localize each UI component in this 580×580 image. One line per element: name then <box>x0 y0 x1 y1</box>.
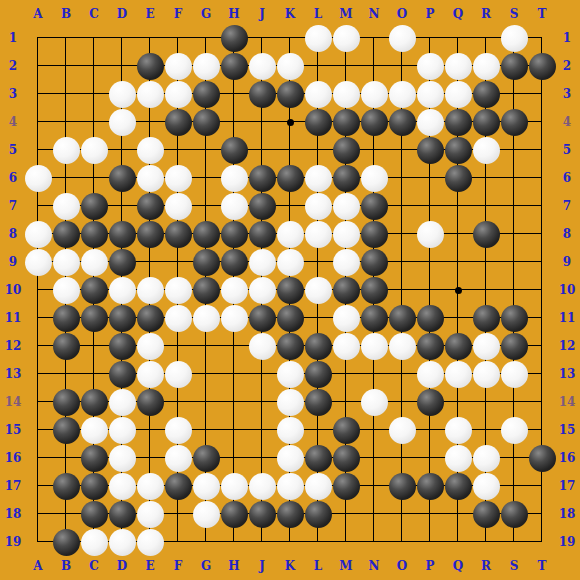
intersection-J11[interactable] <box>248 304 276 332</box>
intersection-Q1[interactable] <box>444 24 472 52</box>
intersection-T2[interactable] <box>528 52 556 80</box>
intersection-T3[interactable] <box>528 80 556 108</box>
intersection-E5[interactable] <box>136 136 164 164</box>
intersection-F17[interactable] <box>164 472 192 500</box>
intersection-P4[interactable] <box>416 108 444 136</box>
intersection-G11[interactable] <box>192 304 220 332</box>
intersection-H5[interactable] <box>220 136 248 164</box>
intersection-E15[interactable] <box>136 416 164 444</box>
intersection-M7[interactable] <box>332 192 360 220</box>
intersection-R4[interactable] <box>472 108 500 136</box>
intersection-T8[interactable] <box>528 220 556 248</box>
intersection-K17[interactable] <box>276 472 304 500</box>
intersection-S14[interactable] <box>500 388 528 416</box>
intersection-O9[interactable] <box>388 248 416 276</box>
intersection-M17[interactable] <box>332 472 360 500</box>
intersection-P17[interactable] <box>416 472 444 500</box>
intersection-A5[interactable] <box>24 136 52 164</box>
intersection-D19[interactable] <box>108 528 136 556</box>
intersection-O19[interactable] <box>388 528 416 556</box>
intersection-P1[interactable] <box>416 24 444 52</box>
intersection-K5[interactable] <box>276 136 304 164</box>
intersection-Q14[interactable] <box>444 388 472 416</box>
intersection-G19[interactable] <box>192 528 220 556</box>
intersection-P7[interactable] <box>416 192 444 220</box>
intersection-G6[interactable] <box>192 164 220 192</box>
intersection-O1[interactable] <box>388 24 416 52</box>
intersection-C1[interactable] <box>80 24 108 52</box>
intersection-E6[interactable] <box>136 164 164 192</box>
intersection-R16[interactable] <box>472 444 500 472</box>
intersection-B17[interactable] <box>52 472 80 500</box>
intersection-P10[interactable] <box>416 276 444 304</box>
intersection-N10[interactable] <box>360 276 388 304</box>
intersection-J5[interactable] <box>248 136 276 164</box>
intersection-S18[interactable] <box>500 500 528 528</box>
intersection-K2[interactable] <box>276 52 304 80</box>
intersection-F7[interactable] <box>164 192 192 220</box>
intersection-T10[interactable] <box>528 276 556 304</box>
intersection-D10[interactable] <box>108 276 136 304</box>
intersection-Q6[interactable] <box>444 164 472 192</box>
intersection-O12[interactable] <box>388 332 416 360</box>
intersection-S17[interactable] <box>500 472 528 500</box>
intersection-F5[interactable] <box>164 136 192 164</box>
intersection-J2[interactable] <box>248 52 276 80</box>
intersection-Q2[interactable] <box>444 52 472 80</box>
intersection-M2[interactable] <box>332 52 360 80</box>
intersection-N9[interactable] <box>360 248 388 276</box>
intersection-B8[interactable] <box>52 220 80 248</box>
intersection-Q4[interactable] <box>444 108 472 136</box>
intersection-A19[interactable] <box>24 528 52 556</box>
intersection-G5[interactable] <box>192 136 220 164</box>
intersection-D15[interactable] <box>108 416 136 444</box>
intersection-R1[interactable] <box>472 24 500 52</box>
intersection-B12[interactable] <box>52 332 80 360</box>
intersection-C19[interactable] <box>80 528 108 556</box>
intersection-S7[interactable] <box>500 192 528 220</box>
intersection-L14[interactable] <box>304 388 332 416</box>
intersection-N19[interactable] <box>360 528 388 556</box>
intersection-O15[interactable] <box>388 416 416 444</box>
intersection-H7[interactable] <box>220 192 248 220</box>
intersection-T19[interactable] <box>528 528 556 556</box>
intersection-H17[interactable] <box>220 472 248 500</box>
intersection-P12[interactable] <box>416 332 444 360</box>
intersection-O2[interactable] <box>388 52 416 80</box>
intersection-S6[interactable] <box>500 164 528 192</box>
intersection-A14[interactable] <box>24 388 52 416</box>
intersection-B6[interactable] <box>52 164 80 192</box>
intersection-B13[interactable] <box>52 360 80 388</box>
intersection-Q13[interactable] <box>444 360 472 388</box>
intersection-L15[interactable] <box>304 416 332 444</box>
intersection-R19[interactable] <box>472 528 500 556</box>
intersection-D14[interactable] <box>108 388 136 416</box>
intersection-C4[interactable] <box>80 108 108 136</box>
intersection-B2[interactable] <box>52 52 80 80</box>
intersection-F13[interactable] <box>164 360 192 388</box>
intersection-C5[interactable] <box>80 136 108 164</box>
intersection-O16[interactable] <box>388 444 416 472</box>
intersection-M6[interactable] <box>332 164 360 192</box>
intersection-J7[interactable] <box>248 192 276 220</box>
intersection-G10[interactable] <box>192 276 220 304</box>
intersection-G12[interactable] <box>192 332 220 360</box>
intersection-J16[interactable] <box>248 444 276 472</box>
intersection-N13[interactable] <box>360 360 388 388</box>
intersection-D13[interactable] <box>108 360 136 388</box>
intersection-S1[interactable] <box>500 24 528 52</box>
intersection-B15[interactable] <box>52 416 80 444</box>
intersection-S3[interactable] <box>500 80 528 108</box>
intersection-J12[interactable] <box>248 332 276 360</box>
intersection-K12[interactable] <box>276 332 304 360</box>
intersection-T12[interactable] <box>528 332 556 360</box>
intersection-N4[interactable] <box>360 108 388 136</box>
intersection-Q3[interactable] <box>444 80 472 108</box>
intersection-L13[interactable] <box>304 360 332 388</box>
intersection-J13[interactable] <box>248 360 276 388</box>
intersection-C3[interactable] <box>80 80 108 108</box>
intersection-A4[interactable] <box>24 108 52 136</box>
intersection-K16[interactable] <box>276 444 304 472</box>
intersection-L11[interactable] <box>304 304 332 332</box>
intersection-K11[interactable] <box>276 304 304 332</box>
intersection-O3[interactable] <box>388 80 416 108</box>
intersection-S5[interactable] <box>500 136 528 164</box>
intersection-F1[interactable] <box>164 24 192 52</box>
intersection-N14[interactable] <box>360 388 388 416</box>
intersection-K1[interactable] <box>276 24 304 52</box>
intersection-B5[interactable] <box>52 136 80 164</box>
intersection-H2[interactable] <box>220 52 248 80</box>
intersection-B19[interactable] <box>52 528 80 556</box>
intersection-K9[interactable] <box>276 248 304 276</box>
intersection-C14[interactable] <box>80 388 108 416</box>
intersection-J8[interactable] <box>248 220 276 248</box>
intersection-B4[interactable] <box>52 108 80 136</box>
intersection-M5[interactable] <box>332 136 360 164</box>
intersection-H18[interactable] <box>220 500 248 528</box>
intersection-T18[interactable] <box>528 500 556 528</box>
intersection-F18[interactable] <box>164 500 192 528</box>
intersection-R14[interactable] <box>472 388 500 416</box>
intersection-D2[interactable] <box>108 52 136 80</box>
intersection-E7[interactable] <box>136 192 164 220</box>
intersection-C9[interactable] <box>80 248 108 276</box>
intersection-E19[interactable] <box>136 528 164 556</box>
intersection-H4[interactable] <box>220 108 248 136</box>
intersection-P14[interactable] <box>416 388 444 416</box>
intersection-M10[interactable] <box>332 276 360 304</box>
intersection-S9[interactable] <box>500 248 528 276</box>
intersection-M15[interactable] <box>332 416 360 444</box>
intersection-E1[interactable] <box>136 24 164 52</box>
intersection-N16[interactable] <box>360 444 388 472</box>
intersection-E12[interactable] <box>136 332 164 360</box>
intersection-P15[interactable] <box>416 416 444 444</box>
intersection-M16[interactable] <box>332 444 360 472</box>
intersection-S10[interactable] <box>500 276 528 304</box>
intersection-Q5[interactable] <box>444 136 472 164</box>
intersection-L1[interactable] <box>304 24 332 52</box>
intersection-N5[interactable] <box>360 136 388 164</box>
intersection-T15[interactable] <box>528 416 556 444</box>
intersection-C15[interactable] <box>80 416 108 444</box>
intersection-R7[interactable] <box>472 192 500 220</box>
intersection-N11[interactable] <box>360 304 388 332</box>
intersection-Q19[interactable] <box>444 528 472 556</box>
intersection-G1[interactable] <box>192 24 220 52</box>
intersection-Q16[interactable] <box>444 444 472 472</box>
intersection-M14[interactable] <box>332 388 360 416</box>
intersection-Q8[interactable] <box>444 220 472 248</box>
intersection-K14[interactable] <box>276 388 304 416</box>
intersection-C16[interactable] <box>80 444 108 472</box>
intersection-N18[interactable] <box>360 500 388 528</box>
intersection-T4[interactable] <box>528 108 556 136</box>
intersection-H19[interactable] <box>220 528 248 556</box>
intersection-R12[interactable] <box>472 332 500 360</box>
intersection-O18[interactable] <box>388 500 416 528</box>
intersection-N3[interactable] <box>360 80 388 108</box>
intersection-M13[interactable] <box>332 360 360 388</box>
intersection-P2[interactable] <box>416 52 444 80</box>
intersection-G2[interactable] <box>192 52 220 80</box>
intersection-C10[interactable] <box>80 276 108 304</box>
intersection-J14[interactable] <box>248 388 276 416</box>
intersection-A2[interactable] <box>24 52 52 80</box>
intersection-R17[interactable] <box>472 472 500 500</box>
intersection-R8[interactable] <box>472 220 500 248</box>
intersection-C17[interactable] <box>80 472 108 500</box>
intersection-K6[interactable] <box>276 164 304 192</box>
intersection-J3[interactable] <box>248 80 276 108</box>
intersection-J19[interactable] <box>248 528 276 556</box>
intersection-A3[interactable] <box>24 80 52 108</box>
intersection-S12[interactable] <box>500 332 528 360</box>
intersection-L17[interactable] <box>304 472 332 500</box>
intersection-H11[interactable] <box>220 304 248 332</box>
intersection-T9[interactable] <box>528 248 556 276</box>
intersection-N2[interactable] <box>360 52 388 80</box>
intersection-F6[interactable] <box>164 164 192 192</box>
intersection-O10[interactable] <box>388 276 416 304</box>
intersection-O5[interactable] <box>388 136 416 164</box>
intersection-F2[interactable] <box>164 52 192 80</box>
intersection-F11[interactable] <box>164 304 192 332</box>
intersection-R3[interactable] <box>472 80 500 108</box>
intersection-A1[interactable] <box>24 24 52 52</box>
intersection-K8[interactable] <box>276 220 304 248</box>
intersection-D12[interactable] <box>108 332 136 360</box>
intersection-E9[interactable] <box>136 248 164 276</box>
intersection-J1[interactable] <box>248 24 276 52</box>
intersection-N7[interactable] <box>360 192 388 220</box>
intersection-K4[interactable] <box>276 108 304 136</box>
intersection-P6[interactable] <box>416 164 444 192</box>
intersection-M8[interactable] <box>332 220 360 248</box>
intersection-J6[interactable] <box>248 164 276 192</box>
intersection-S2[interactable] <box>500 52 528 80</box>
intersection-N6[interactable] <box>360 164 388 192</box>
intersection-A16[interactable] <box>24 444 52 472</box>
intersection-L9[interactable] <box>304 248 332 276</box>
intersection-L6[interactable] <box>304 164 332 192</box>
intersection-T1[interactable] <box>528 24 556 52</box>
intersection-K7[interactable] <box>276 192 304 220</box>
intersection-D9[interactable] <box>108 248 136 276</box>
intersection-P3[interactable] <box>416 80 444 108</box>
intersection-T6[interactable] <box>528 164 556 192</box>
intersection-B16[interactable] <box>52 444 80 472</box>
intersection-P9[interactable] <box>416 248 444 276</box>
intersection-G18[interactable] <box>192 500 220 528</box>
intersection-L12[interactable] <box>304 332 332 360</box>
intersection-G13[interactable] <box>192 360 220 388</box>
intersection-B1[interactable] <box>52 24 80 52</box>
intersection-J4[interactable] <box>248 108 276 136</box>
intersection-A6[interactable] <box>24 164 52 192</box>
intersection-R11[interactable] <box>472 304 500 332</box>
intersection-A18[interactable] <box>24 500 52 528</box>
intersection-F8[interactable] <box>164 220 192 248</box>
intersection-H16[interactable] <box>220 444 248 472</box>
intersection-O6[interactable] <box>388 164 416 192</box>
intersection-E17[interactable] <box>136 472 164 500</box>
intersection-P8[interactable] <box>416 220 444 248</box>
intersection-Q7[interactable] <box>444 192 472 220</box>
intersection-N1[interactable] <box>360 24 388 52</box>
intersection-D18[interactable] <box>108 500 136 528</box>
intersection-A9[interactable] <box>24 248 52 276</box>
intersection-A15[interactable] <box>24 416 52 444</box>
intersection-O13[interactable] <box>388 360 416 388</box>
intersection-H3[interactable] <box>220 80 248 108</box>
intersection-S4[interactable] <box>500 108 528 136</box>
intersection-J17[interactable] <box>248 472 276 500</box>
intersection-S15[interactable] <box>500 416 528 444</box>
intersection-S8[interactable] <box>500 220 528 248</box>
intersection-G9[interactable] <box>192 248 220 276</box>
intersection-O7[interactable] <box>388 192 416 220</box>
intersection-A11[interactable] <box>24 304 52 332</box>
intersection-G4[interactable] <box>192 108 220 136</box>
intersection-L10[interactable] <box>304 276 332 304</box>
intersection-A17[interactable] <box>24 472 52 500</box>
intersection-T7[interactable] <box>528 192 556 220</box>
intersection-E18[interactable] <box>136 500 164 528</box>
intersection-M3[interactable] <box>332 80 360 108</box>
intersection-M11[interactable] <box>332 304 360 332</box>
intersection-L5[interactable] <box>304 136 332 164</box>
intersection-C13[interactable] <box>80 360 108 388</box>
intersection-C11[interactable] <box>80 304 108 332</box>
intersection-T5[interactable] <box>528 136 556 164</box>
intersection-G17[interactable] <box>192 472 220 500</box>
intersection-G7[interactable] <box>192 192 220 220</box>
intersection-F16[interactable] <box>164 444 192 472</box>
intersection-B18[interactable] <box>52 500 80 528</box>
intersection-P16[interactable] <box>416 444 444 472</box>
intersection-R5[interactable] <box>472 136 500 164</box>
intersection-P18[interactable] <box>416 500 444 528</box>
intersection-F10[interactable] <box>164 276 192 304</box>
intersection-B3[interactable] <box>52 80 80 108</box>
intersection-E14[interactable] <box>136 388 164 416</box>
intersection-P19[interactable] <box>416 528 444 556</box>
intersection-F19[interactable] <box>164 528 192 556</box>
intersection-E3[interactable] <box>136 80 164 108</box>
intersection-D8[interactable] <box>108 220 136 248</box>
intersection-J9[interactable] <box>248 248 276 276</box>
intersection-R9[interactable] <box>472 248 500 276</box>
intersection-N12[interactable] <box>360 332 388 360</box>
intersection-B14[interactable] <box>52 388 80 416</box>
intersection-R13[interactable] <box>472 360 500 388</box>
intersection-C8[interactable] <box>80 220 108 248</box>
intersection-C6[interactable] <box>80 164 108 192</box>
intersection-M18[interactable] <box>332 500 360 528</box>
intersection-E13[interactable] <box>136 360 164 388</box>
intersection-C7[interactable] <box>80 192 108 220</box>
intersection-O8[interactable] <box>388 220 416 248</box>
intersection-G8[interactable] <box>192 220 220 248</box>
intersection-H9[interactable] <box>220 248 248 276</box>
intersection-Q12[interactable] <box>444 332 472 360</box>
intersection-G14[interactable] <box>192 388 220 416</box>
intersection-B7[interactable] <box>52 192 80 220</box>
intersection-G16[interactable] <box>192 444 220 472</box>
intersection-K15[interactable] <box>276 416 304 444</box>
intersection-K18[interactable] <box>276 500 304 528</box>
intersection-M9[interactable] <box>332 248 360 276</box>
intersection-C12[interactable] <box>80 332 108 360</box>
intersection-E8[interactable] <box>136 220 164 248</box>
intersection-L4[interactable] <box>304 108 332 136</box>
intersection-H14[interactable] <box>220 388 248 416</box>
intersection-E4[interactable] <box>136 108 164 136</box>
intersection-O14[interactable] <box>388 388 416 416</box>
go-board[interactable] <box>24 24 556 556</box>
intersection-L3[interactable] <box>304 80 332 108</box>
intersection-P5[interactable] <box>416 136 444 164</box>
intersection-P13[interactable] <box>416 360 444 388</box>
intersection-C18[interactable] <box>80 500 108 528</box>
intersection-D11[interactable] <box>108 304 136 332</box>
intersection-L19[interactable] <box>304 528 332 556</box>
intersection-F3[interactable] <box>164 80 192 108</box>
intersection-D16[interactable] <box>108 444 136 472</box>
intersection-Q18[interactable] <box>444 500 472 528</box>
intersection-J15[interactable] <box>248 416 276 444</box>
intersection-A13[interactable] <box>24 360 52 388</box>
intersection-L7[interactable] <box>304 192 332 220</box>
intersection-A12[interactable] <box>24 332 52 360</box>
intersection-D5[interactable] <box>108 136 136 164</box>
intersection-R18[interactable] <box>472 500 500 528</box>
intersection-D7[interactable] <box>108 192 136 220</box>
intersection-S13[interactable] <box>500 360 528 388</box>
intersection-C2[interactable] <box>80 52 108 80</box>
intersection-T11[interactable] <box>528 304 556 332</box>
intersection-T13[interactable] <box>528 360 556 388</box>
intersection-E16[interactable] <box>136 444 164 472</box>
intersection-G15[interactable] <box>192 416 220 444</box>
intersection-Q11[interactable] <box>444 304 472 332</box>
